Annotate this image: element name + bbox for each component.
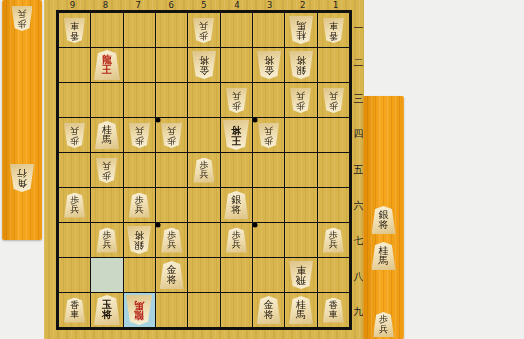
file-label-2: 2 — [286, 0, 319, 10]
piece-sente-gold[interactable]: 金将 — [160, 261, 184, 289]
piece-sente-silver[interactable]: 銀将 — [372, 206, 396, 234]
square-43[interactable]: 歩兵 — [221, 83, 252, 117]
piece-kanji: 歩 — [296, 100, 305, 109]
square-38[interactable] — [253, 258, 284, 292]
piece-kanji: 銀 — [296, 65, 306, 75]
piece-kanji: 車 — [70, 310, 79, 319]
file-label-4: 4 — [220, 0, 253, 10]
piece-gote-lance[interactable]: 香車 — [64, 18, 85, 43]
square-98[interactable] — [59, 258, 90, 292]
square-75[interactable] — [124, 153, 155, 187]
piece-gote-knight[interactable]: 桂馬 — [289, 16, 313, 44]
piece-kanji: 兵 — [70, 126, 79, 135]
piece-sente-pawn[interactable]: 歩兵 — [226, 228, 247, 253]
square-65[interactable] — [156, 153, 187, 187]
piece-sente-king[interactable]: 玉将 — [94, 295, 120, 325]
square-21[interactable]: 桂馬 — [285, 13, 316, 47]
piece-kanji: 角 — [17, 178, 27, 188]
piece-kanji: 兵 — [135, 126, 144, 135]
square-24[interactable] — [285, 118, 316, 152]
piece-gote-pawn[interactable]: 歩兵 — [258, 123, 279, 148]
square-74[interactable]: 歩兵 — [124, 118, 155, 152]
piece-kanji: 行 — [17, 168, 27, 178]
square-29[interactable]: 桂馬 — [285, 293, 316, 327]
square-81[interactable] — [91, 13, 122, 47]
piece-kanji: 金 — [264, 65, 274, 75]
square-11[interactable]: 香車 — [318, 13, 349, 47]
piece-kanji: 兵 — [199, 170, 208, 179]
piece-sente-pawn[interactable]: 歩兵 — [323, 228, 344, 253]
piece-kanji: 飛 — [296, 275, 306, 285]
square-48[interactable] — [221, 258, 252, 292]
square-69[interactable] — [156, 293, 187, 327]
square-23[interactable]: 歩兵 — [285, 83, 316, 117]
piece-kanji: 兵 — [18, 9, 27, 18]
square-58[interactable] — [188, 258, 219, 292]
piece-kanji: 金 — [199, 65, 209, 75]
piece-kanji: 龍 — [134, 310, 144, 320]
piece-kanji: 歩 — [18, 19, 27, 28]
piece-kanji: 兵 — [102, 161, 111, 170]
piece-kanji: 歩 — [102, 170, 111, 179]
square-56[interactable] — [188, 188, 219, 222]
square-79[interactable]: 龍馬 — [124, 293, 155, 327]
square-89[interactable]: 玉将 — [91, 293, 122, 327]
square-91[interactable]: 香車 — [59, 13, 90, 47]
square-27[interactable] — [285, 223, 316, 257]
board-grid: 香車歩兵桂馬香車龍王金将金将銀将歩兵歩兵歩兵歩兵桂馬歩兵歩兵王将歩兵歩兵歩兵歩兵… — [56, 10, 352, 330]
piece-sente-pawn[interactable]: 歩兵 — [373, 312, 394, 337]
piece-sente-lance[interactable]: 香車 — [323, 298, 344, 323]
square-57[interactable] — [188, 223, 219, 257]
square-78[interactable] — [124, 258, 155, 292]
piece-sente-pawn[interactable]: 歩兵 — [129, 193, 150, 218]
piece-kanji: 兵 — [232, 91, 241, 100]
square-51[interactable]: 歩兵 — [188, 13, 219, 47]
piece-kanji: 兵 — [232, 240, 241, 249]
piece-kanji: 将 — [264, 310, 274, 320]
piece-kanji: 馬 — [134, 300, 144, 310]
piece-kanji: 将 — [167, 275, 177, 285]
piece-kanji: 車 — [329, 21, 338, 30]
square-31[interactable] — [253, 13, 284, 47]
piece-kanji: 馬 — [296, 20, 306, 30]
piece-kanji: 王 — [231, 135, 241, 145]
piece-kanji: 将 — [264, 55, 274, 65]
piece-gote-king[interactable]: 王将 — [223, 120, 249, 150]
square-14[interactable] — [318, 118, 349, 152]
square-94[interactable]: 歩兵 — [59, 118, 90, 152]
file-label-3: 3 — [253, 0, 286, 10]
square-95[interactable] — [59, 153, 90, 187]
square-45[interactable] — [221, 153, 252, 187]
piece-kanji: 兵 — [199, 21, 208, 30]
piece-kanji: 将 — [231, 205, 241, 215]
square-22[interactable]: 銀将 — [285, 48, 316, 82]
piece-gote-gold[interactable]: 金将 — [257, 51, 281, 79]
square-49[interactable] — [221, 293, 252, 327]
square-25[interactable] — [285, 153, 316, 187]
square-93[interactable] — [59, 83, 90, 117]
piece-kanji: 将 — [231, 125, 241, 135]
square-15[interactable] — [318, 153, 349, 187]
piece-sente-silver[interactable]: 銀将 — [224, 191, 248, 219]
square-76[interactable]: 歩兵 — [124, 188, 155, 222]
square-55[interactable]: 歩兵 — [188, 153, 219, 187]
piece-gote-pawn[interactable]: 歩兵 — [96, 158, 117, 183]
piece-sente-knight[interactable]: 桂馬 — [372, 242, 396, 270]
piece-kanji: 馬 — [102, 135, 112, 145]
square-35[interactable] — [253, 153, 284, 187]
piece-kanji: 将 — [134, 230, 144, 240]
square-71[interactable] — [124, 13, 155, 47]
square-96[interactable]: 歩兵 — [59, 188, 90, 222]
piece-sente-knight[interactable]: 桂馬 — [289, 296, 313, 324]
square-36[interactable] — [253, 188, 284, 222]
square-86[interactable] — [91, 188, 122, 222]
square-97[interactable] — [59, 223, 90, 257]
piece-kanji: 兵 — [102, 240, 111, 249]
star-point — [253, 223, 258, 228]
piece-gote-silver[interactable]: 銀将 — [289, 51, 313, 79]
piece-gote-gold[interactable]: 金将 — [192, 51, 216, 79]
piece-sente-pawn[interactable]: 歩兵 — [193, 158, 214, 183]
piece-kanji: 歩 — [70, 135, 79, 144]
piece-gote-rook[interactable]: 飛車 — [289, 261, 313, 289]
square-99[interactable]: 香車 — [59, 293, 90, 327]
square-34[interactable]: 歩兵 — [253, 118, 284, 152]
file-label-7: 7 — [122, 0, 155, 10]
square-83[interactable] — [91, 83, 122, 117]
piece-gote-pawn[interactable]: 歩兵 — [290, 88, 311, 113]
piece-kanji: 将 — [199, 55, 209, 65]
file-label-5: 5 — [188, 0, 221, 10]
piece-sente-gold[interactable]: 金将 — [257, 296, 281, 324]
piece-kanji: 銀 — [134, 240, 144, 250]
sente-hand-tray: 銀将桂馬歩兵 — [363, 96, 404, 339]
square-84[interactable]: 桂馬 — [91, 118, 122, 152]
square-28[interactable]: 飛車 — [285, 258, 316, 292]
square-17[interactable]: 歩兵 — [318, 223, 349, 257]
shogi-board-panel: 987654321 一二三四五六七八九 香車歩兵桂馬香車龍王金将金将銀将歩兵歩兵… — [44, 0, 364, 339]
square-92[interactable] — [59, 48, 90, 82]
square-41[interactable] — [221, 13, 252, 47]
square-72[interactable] — [124, 48, 155, 82]
file-label-9: 9 — [56, 0, 89, 10]
square-66[interactable] — [156, 188, 187, 222]
piece-sente-knight[interactable]: 桂馬 — [95, 121, 119, 149]
square-19[interactable]: 香車 — [318, 293, 349, 327]
piece-gote-pawn[interactable]: 歩兵 — [226, 88, 247, 113]
piece-gote-horse[interactable]: 龍馬 — [126, 295, 152, 325]
square-42[interactable] — [221, 48, 252, 82]
star-point — [156, 118, 161, 123]
square-82[interactable]: 龍王 — [91, 48, 122, 82]
square-37[interactable] — [253, 223, 284, 257]
piece-gote-pawn[interactable]: 歩兵 — [64, 123, 85, 148]
piece-kanji: 歩 — [135, 135, 144, 144]
piece-kanji: 兵 — [379, 325, 388, 334]
piece-kanji: 車 — [70, 21, 79, 30]
piece-gote-pawn[interactable]: 歩兵 — [161, 123, 182, 148]
square-64[interactable]: 歩兵 — [156, 118, 187, 152]
file-label-6: 6 — [155, 0, 188, 10]
square-13[interactable]: 歩兵 — [318, 83, 349, 117]
piece-gote-silver[interactable]: 銀将 — [127, 226, 151, 254]
square-26[interactable] — [285, 188, 316, 222]
piece-kanji: 将 — [379, 220, 389, 230]
piece-gote-pawn[interactable]: 歩兵 — [323, 88, 344, 113]
square-33[interactable] — [253, 83, 284, 117]
piece-gote-lance[interactable]: 香車 — [323, 18, 344, 43]
shogi-app: 歩兵角行 987654321 一二三四五六七八九 香車歩兵桂馬香車龍王金将金将銀… — [0, 0, 524, 339]
piece-kanji: 兵 — [264, 126, 273, 135]
square-18[interactable] — [318, 258, 349, 292]
piece-kanji: 桂 — [296, 30, 306, 40]
piece-kanji: 将 — [296, 55, 306, 65]
piece-kanji: 歩 — [264, 135, 273, 144]
square-53[interactable] — [188, 83, 219, 117]
square-54[interactable] — [188, 118, 219, 152]
piece-sente-pawn[interactable]: 歩兵 — [96, 228, 117, 253]
file-label-1: 1 — [319, 0, 352, 10]
square-46[interactable]: 銀将 — [221, 188, 252, 222]
piece-kanji: 兵 — [329, 240, 338, 249]
piece-kanji: 将 — [102, 310, 112, 320]
piece-kanji: 兵 — [296, 91, 305, 100]
gote-hand-tray: 歩兵角行 — [2, 0, 42, 240]
piece-kanji: 兵 — [135, 205, 144, 214]
square-68[interactable]: 金将 — [156, 258, 187, 292]
square-87[interactable]: 歩兵 — [91, 223, 122, 257]
piece-sente-pawn[interactable]: 歩兵 — [64, 193, 85, 218]
square-47[interactable]: 歩兵 — [221, 223, 252, 257]
square-32[interactable]: 金将 — [253, 48, 284, 82]
square-16[interactable] — [318, 188, 349, 222]
piece-sente-dragon[interactable]: 龍王 — [94, 50, 120, 80]
piece-kanji: 歩 — [199, 30, 208, 39]
piece-sente-pawn[interactable]: 歩兵 — [161, 228, 182, 253]
piece-kanji: 馬 — [379, 256, 389, 266]
piece-kanji: 香 — [329, 30, 338, 39]
piece-kanji: 兵 — [167, 126, 176, 135]
piece-kanji: 歩 — [232, 100, 241, 109]
square-59[interactable] — [188, 293, 219, 327]
piece-kanji: 香 — [70, 30, 79, 39]
star-point — [253, 118, 258, 123]
square-77[interactable]: 銀将 — [124, 223, 155, 257]
piece-kanji: 歩 — [167, 135, 176, 144]
square-67[interactable]: 歩兵 — [156, 223, 187, 257]
piece-gote-pawn[interactable]: 歩兵 — [129, 123, 150, 148]
square-61[interactable] — [156, 13, 187, 47]
piece-gote-bishop[interactable]: 角行 — [10, 164, 34, 192]
file-labels: 987654321 — [56, 0, 352, 10]
piece-kanji: 歩 — [329, 100, 338, 109]
square-88[interactable] — [91, 258, 122, 292]
star-point — [156, 223, 161, 228]
piece-gote-pawn[interactable]: 歩兵 — [12, 6, 33, 31]
square-39[interactable]: 金将 — [253, 293, 284, 327]
piece-sente-lance[interactable]: 香車 — [64, 298, 85, 323]
square-44[interactable]: 王将 — [221, 118, 252, 152]
rank-label-1: 一 — [352, 10, 365, 46]
piece-kanji: 兵 — [329, 91, 338, 100]
file-label-8: 8 — [89, 0, 122, 10]
piece-gote-pawn[interactable]: 歩兵 — [193, 18, 214, 43]
square-62[interactable] — [156, 48, 187, 82]
piece-kanji: 兵 — [70, 205, 79, 214]
square-52[interactable]: 金将 — [188, 48, 219, 82]
square-12[interactable] — [318, 48, 349, 82]
square-63[interactable] — [156, 83, 187, 117]
piece-kanji: 馬 — [296, 310, 306, 320]
piece-kanji: 兵 — [167, 240, 176, 249]
square-73[interactable] — [124, 83, 155, 117]
square-85[interactable]: 歩兵 — [91, 153, 122, 187]
piece-kanji: 車 — [329, 310, 338, 319]
rank-label-2: 二 — [352, 46, 365, 82]
piece-kanji: 王 — [102, 65, 112, 75]
piece-kanji: 車 — [296, 265, 306, 275]
